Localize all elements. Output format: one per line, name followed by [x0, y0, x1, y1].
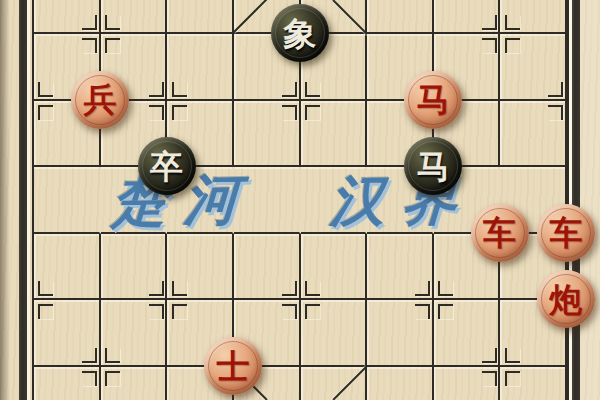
- point-marker-bracket: [38, 281, 53, 296]
- point-marker-bracket: [505, 38, 520, 53]
- point-marker-bracket: [415, 281, 430, 296]
- point-marker-bracket: [172, 281, 187, 296]
- point-marker-bracket: [438, 304, 453, 319]
- image-edge-shadow: [0, 0, 10, 400]
- board-margin-right: [580, 0, 600, 400]
- point-marker-bracket: [172, 105, 187, 120]
- point-marker-bracket: [415, 304, 430, 319]
- point-marker-bracket: [38, 82, 53, 97]
- point-marker-bracket: [282, 281, 297, 296]
- point-marker-bracket: [282, 82, 297, 97]
- piece-red-horse-f6r3[interactable]: 马: [404, 71, 462, 129]
- point-marker-bracket: [149, 82, 164, 97]
- point-marker-bracket: [482, 348, 497, 363]
- board-frame-left: [19, 0, 27, 400]
- point-marker-bracket: [282, 105, 297, 120]
- xiangqi-board[interactable]: 楚河 汉界 象兵马卒马车车炮士: [0, 0, 600, 400]
- piece-red-chariot-f8r5[interactable]: 车: [537, 204, 595, 262]
- piece-red-chariot-f7r5[interactable]: 车: [471, 204, 529, 262]
- board-cell: [34, 167, 101, 234]
- point-marker-bracket: [282, 304, 297, 319]
- board-cell: [367, 0, 434, 34]
- point-marker-bracket: [105, 15, 120, 30]
- point-marker-bracket: [482, 371, 497, 386]
- point-marker-bracket: [548, 82, 563, 97]
- point-marker-bracket: [505, 371, 520, 386]
- point-marker-bracket: [149, 281, 164, 296]
- point-marker-bracket: [305, 304, 320, 319]
- point-marker-bracket: [505, 15, 520, 30]
- piece-red-advisor-f3r7[interactable]: 士: [204, 337, 262, 395]
- point-marker-bracket: [82, 15, 97, 30]
- point-marker-bracket: [38, 304, 53, 319]
- point-marker-bracket: [505, 348, 520, 363]
- point-marker-bracket: [548, 105, 563, 120]
- point-marker-bracket: [305, 281, 320, 296]
- board-frame-right: [572, 0, 580, 400]
- board-cell: [167, 0, 234, 34]
- point-marker-bracket: [149, 304, 164, 319]
- point-marker-bracket: [305, 105, 320, 120]
- point-marker-bracket: [38, 105, 53, 120]
- point-marker-bracket: [105, 348, 120, 363]
- piece-red-soldier-f1r3[interactable]: 兵: [71, 71, 129, 129]
- point-marker-bracket: [105, 38, 120, 53]
- point-marker-bracket: [305, 82, 320, 97]
- point-marker-bracket: [82, 38, 97, 53]
- point-marker-bracket: [438, 281, 453, 296]
- board-cell: [301, 367, 368, 400]
- point-marker-bracket: [82, 348, 97, 363]
- piece-black-soldier-f2r4[interactable]: 卒: [138, 137, 196, 195]
- point-marker-bracket: [172, 82, 187, 97]
- point-marker-bracket: [82, 371, 97, 386]
- piece-black-elephant-f4r2[interactable]: 象: [271, 4, 329, 62]
- point-marker-bracket: [172, 304, 187, 319]
- point-marker-bracket: [105, 371, 120, 386]
- point-marker-bracket: [482, 38, 497, 53]
- point-marker-bracket: [149, 105, 164, 120]
- piece-black-horse-f6r4[interactable]: 马: [404, 137, 462, 195]
- point-marker-bracket: [482, 15, 497, 30]
- board-cell: [367, 367, 434, 400]
